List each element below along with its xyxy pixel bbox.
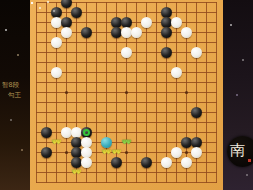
star-point (125, 151, 128, 154)
white-stone (61, 27, 72, 38)
star-point (65, 91, 68, 94)
black-stone (191, 107, 202, 118)
white-stone (171, 147, 182, 158)
black-stone (71, 7, 82, 18)
player-caption: 智8段 勾王 (2, 80, 30, 100)
star-point (185, 91, 188, 94)
black-stone (41, 127, 52, 138)
left-background-panel: 智8段 勾王 (0, 0, 30, 190)
player-rank-text: 智8段 (2, 81, 19, 89)
seal-character: 南 (230, 143, 245, 158)
black-stone (161, 27, 172, 38)
white-stone (121, 47, 132, 58)
seal-red-mark (248, 159, 251, 162)
white-stone (181, 157, 192, 168)
white-stone (141, 17, 152, 28)
star-point (185, 151, 188, 154)
highlight-stone-teal (101, 137, 112, 148)
sprout-marker: ΨΨ (69, 168, 83, 176)
board-grid: ΨΨΨΨΨΨΨΨΨΨ (36, 2, 217, 183)
black-stone (61, 0, 72, 8)
white-stone (161, 157, 172, 168)
star-point (65, 151, 68, 154)
broadcast-frame: 智8段 勾王 ΨΨΨΨΨΨΨΨΨΨ 南 (0, 0, 253, 190)
white-stone (191, 47, 202, 58)
last-move-marker (83, 129, 90, 136)
black-stone (41, 147, 52, 158)
white-stone (191, 147, 202, 158)
sprout-marker-green: ΨΨ (119, 138, 133, 146)
white-stone (131, 27, 142, 38)
star-point (125, 91, 128, 94)
white-stone (181, 27, 192, 38)
black-stone (141, 157, 152, 168)
broadcaster-seal-logo: 南 (227, 136, 253, 167)
white-stone (81, 157, 92, 168)
white-stone (51, 67, 62, 78)
go-board: ΨΨΨΨΨΨΨΨΨΨ (30, 0, 223, 190)
player-name-text: 勾王 (2, 90, 30, 100)
sprout-marker: ΨΨ (109, 148, 123, 156)
white-stone (171, 17, 182, 28)
white-stone (171, 67, 182, 78)
black-stone (161, 47, 172, 58)
sprout-marker: ΨΨ (49, 138, 63, 146)
white-stone (51, 37, 62, 48)
black-stone (81, 27, 92, 38)
black-stone (111, 157, 122, 168)
